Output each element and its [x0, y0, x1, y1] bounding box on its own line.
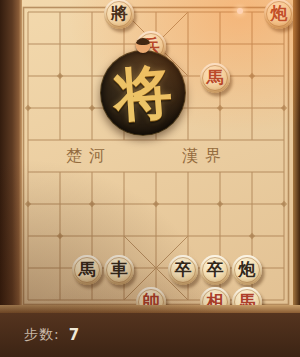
piece-black-general[interactable]: 將 [104, 0, 134, 29]
general-head-icon [136, 38, 151, 53]
piece-black-chariot[interactable]: 車 [104, 255, 134, 285]
piece-black-pawn[interactable]: 卒 [200, 255, 230, 285]
check-badge-text: 将 [112, 62, 174, 124]
check-badge: 将 [100, 50, 186, 136]
piece-layer: 將炮兵馬馬車卒卒炮帥相馬 [7, 0, 295, 318]
step-counter-label: 步数: [24, 326, 60, 344]
piece-glyph: 馬 [79, 261, 96, 278]
board-frame-right [293, 0, 300, 313]
piece-red-horse[interactable]: 馬 [200, 63, 230, 93]
piece-black-pawn[interactable]: 卒 [168, 255, 198, 285]
piece-black-horse[interactable]: 馬 [72, 255, 102, 285]
xiangqi-board[interactable]: 楚河 漢界 將炮兵馬馬車卒卒炮帥相馬 将 [0, 0, 300, 313]
step-count-value: 7 [69, 326, 79, 344]
board-frame-left [0, 0, 22, 313]
board-frame-bottom [0, 305, 300, 313]
piece-glyph: 炮 [271, 5, 288, 22]
piece-glyph: 將 [111, 5, 128, 22]
status-bar: 步数: 7 [0, 313, 300, 357]
piece-glyph: 卒 [175, 261, 192, 278]
game-screen: 楚河 漢界 將炮兵馬馬車卒卒炮帥相馬 将 步数: 7 [0, 0, 300, 357]
piece-glyph: 車 [111, 261, 128, 278]
piece-black-cannon[interactable]: 炮 [232, 255, 262, 285]
piece-red-cannon[interactable]: 炮 [264, 0, 294, 29]
piece-glyph: 馬 [207, 69, 224, 86]
piece-glyph: 卒 [207, 261, 224, 278]
sparkle-icon [237, 8, 243, 14]
piece-glyph: 炮 [239, 261, 256, 278]
